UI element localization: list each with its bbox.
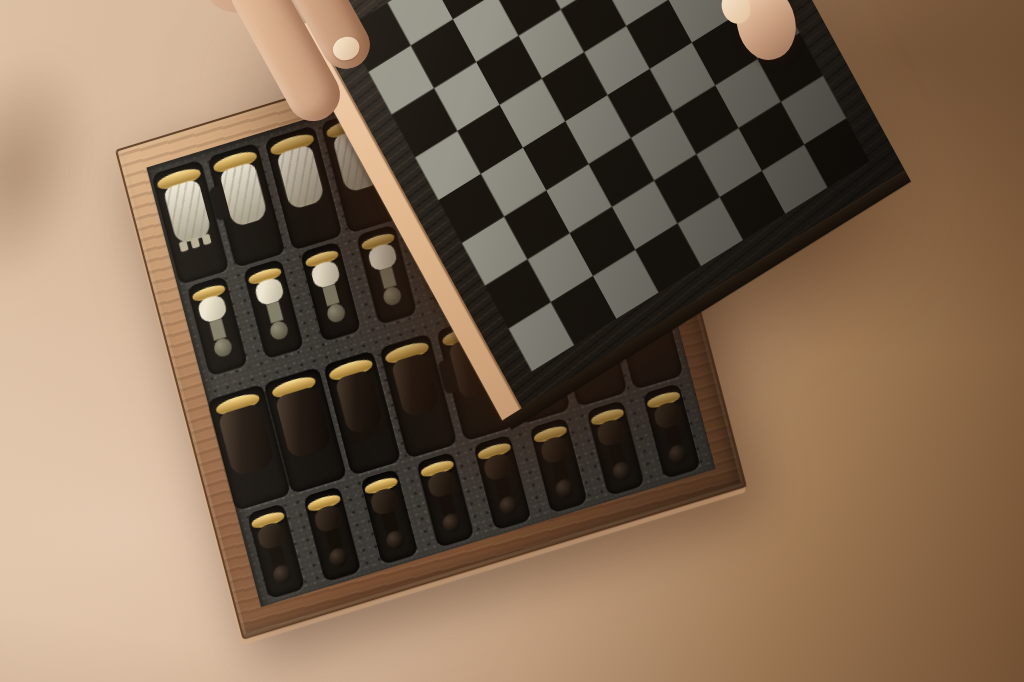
tray-piece-black-pawn xyxy=(363,474,414,554)
tray-piece-white-pawn xyxy=(304,247,355,327)
tray-piece-black-pawn xyxy=(476,440,527,520)
foam-slot xyxy=(360,469,418,565)
tray-piece-white-pawn xyxy=(247,264,298,344)
foam-slot xyxy=(243,259,304,360)
chess-set-photo xyxy=(0,0,1024,682)
tray-piece-white-rook xyxy=(155,166,218,255)
foam-slot xyxy=(303,486,361,582)
foam-slot xyxy=(643,383,701,479)
tray-piece-white-pawn xyxy=(190,282,241,362)
foam-slot xyxy=(416,452,474,548)
tray-piece-white-pawn xyxy=(360,230,411,310)
tray-piece-black-pawn xyxy=(306,491,357,571)
tray-piece-black-pawn xyxy=(250,509,301,589)
tray-piece-black-pawn xyxy=(646,388,697,468)
foam-slot xyxy=(246,503,304,599)
foam-slot xyxy=(473,434,531,530)
tray-piece-black-pawn xyxy=(589,405,640,485)
foam-slot xyxy=(586,400,644,496)
tray-piece-black-rook xyxy=(327,356,390,445)
tray-piece-black-pawn xyxy=(533,423,584,503)
foam-slot xyxy=(529,417,587,513)
tray-piece-black-bishop xyxy=(384,339,445,420)
foam-slot xyxy=(299,242,360,343)
tray-piece-black-pawn xyxy=(419,457,470,537)
